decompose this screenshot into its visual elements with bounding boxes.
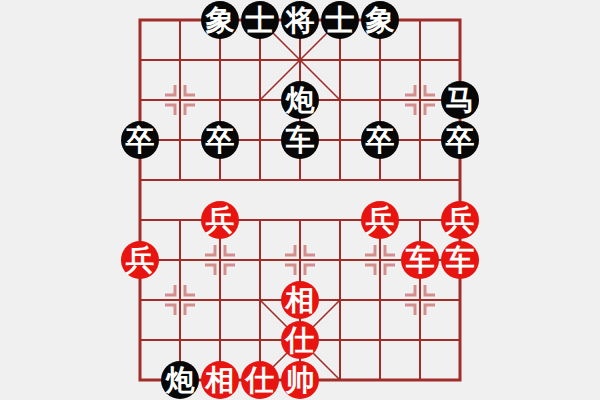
piece-red-advisor[interactable]: 仕 [281,321,319,359]
piece-black-advisor[interactable]: 士 [241,1,279,39]
piece-red-chariot[interactable]: 车 [441,241,479,279]
piece-black-soldier[interactable]: 卒 [361,121,399,159]
piece-black-cannon[interactable]: 炮 [281,81,319,119]
piece-red-elephant[interactable]: 相 [201,361,239,399]
piece-black-cannon[interactable]: 炮 [161,361,199,399]
piece-black-soldier[interactable]: 卒 [441,121,479,159]
piece-red-advisor[interactable]: 仕 [241,361,279,399]
piece-red-soldier[interactable]: 兵 [441,201,479,239]
piece-black-horse[interactable]: 马 [441,81,479,119]
xiangqi-board: 象士将士象炮马卒卒车卒卒兵兵兵兵车车相仕炮相仕帅 [0,0,600,400]
piece-red-general[interactable]: 帅 [281,361,319,399]
piece-red-soldier[interactable]: 兵 [361,201,399,239]
piece-black-chariot[interactable]: 车 [281,121,319,159]
piece-black-soldier[interactable]: 卒 [201,121,239,159]
pieces-layer: 象士将士象炮马卒卒车卒卒兵兵兵兵车车相仕炮相仕帅 [0,0,600,400]
piece-red-elephant[interactable]: 相 [281,281,319,319]
piece-black-general[interactable]: 将 [281,1,319,39]
piece-black-soldier[interactable]: 卒 [121,121,159,159]
piece-black-elephant[interactable]: 象 [201,1,239,39]
piece-black-advisor[interactable]: 士 [321,1,359,39]
piece-red-soldier[interactable]: 兵 [121,241,159,279]
piece-red-soldier[interactable]: 兵 [201,201,239,239]
piece-black-elephant[interactable]: 象 [361,1,399,39]
piece-red-chariot[interactable]: 车 [401,241,439,279]
